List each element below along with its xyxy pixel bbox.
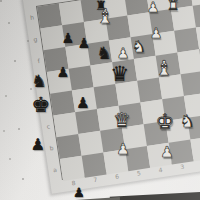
white-pawn-a3: ♟ xyxy=(160,145,173,160)
white-knight-f3: ♞ xyxy=(132,39,146,55)
white-pawn-h4: ♟ xyxy=(147,0,160,14)
black-knight-e5: ♞ xyxy=(96,45,111,62)
white-rook-h3: ♜ xyxy=(167,0,180,12)
black-rook-h5: ♜ xyxy=(95,0,107,12)
white-pawn-g4: ♟ xyxy=(150,26,163,40)
dust-speckles xyxy=(0,0,2,2)
white-pawn-b4: ♟ xyxy=(116,142,129,157)
black-pawn-f6: ♟ xyxy=(78,36,91,50)
black-pawn-captured: ♟ xyxy=(73,186,85,199)
black-knight-e8: ♞ xyxy=(31,73,46,90)
white-pawn-f4: ♟ xyxy=(117,46,130,60)
black-pawn-c7: ♟ xyxy=(76,96,89,111)
table-edge-shadow xyxy=(110,191,200,200)
square-e2 xyxy=(177,49,200,74)
black-king-c8: ♚ xyxy=(32,95,51,116)
white-knight-b1: ♞ xyxy=(179,113,194,130)
black-pawn-f7: ♟ xyxy=(62,31,75,45)
white-king-b2: ♚ xyxy=(156,112,175,133)
white-queen-c4: ♛ xyxy=(113,110,131,130)
white-bishop-d3: ♝ xyxy=(155,58,173,78)
board-edge-shadow xyxy=(60,197,120,200)
chessboard-photo: 87654321hgfedcba © ♞ ♝♜♟♟♞♟♝♛♚♞♟♟♜♟♟♞♟♛♞… xyxy=(0,0,200,200)
black-pawn-e7: ♟ xyxy=(57,65,70,79)
black-pawn-a7: ♟ xyxy=(31,137,45,153)
square-d2 xyxy=(181,71,200,96)
black-queen-d4: ♛ xyxy=(111,64,130,85)
